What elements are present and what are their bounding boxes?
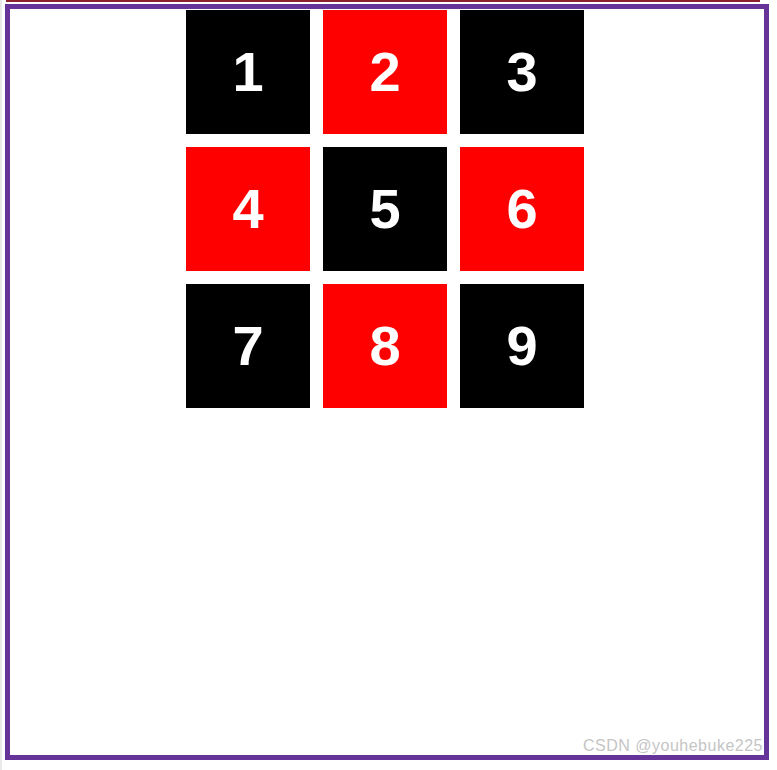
grid-cell-6: 6 [460,147,584,271]
left-edge-line [0,0,2,770]
grid-cell-9: 9 [460,284,584,408]
top-edge-artifact-line [6,0,760,2]
grid-cell-5: 5 [323,147,447,271]
grid-cell-1: 1 [186,10,310,134]
grid-cell-3: 3 [460,10,584,134]
watermark: CSDN @youhebuke225 [583,737,763,755]
grid-cell-2: 2 [323,10,447,134]
page: 123456789 CSDN @youhebuke225 [0,0,777,770]
grid: 123456789 [186,10,584,408]
grid-cell-8: 8 [323,284,447,408]
grid-cell-4: 4 [186,147,310,271]
grid-cell-7: 7 [186,284,310,408]
